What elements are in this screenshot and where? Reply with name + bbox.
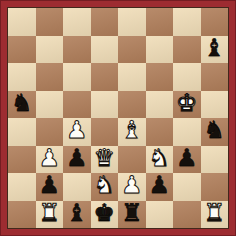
chess-board: ♝♞♚♟♝♞♟♟♛♞♟♟♞♟♟♜♝♚♜♜ (7, 7, 229, 229)
black-pawn[interactable]: ♟ (66, 146, 88, 172)
square-b8[interactable] (36, 8, 64, 36)
square-c4[interactable]: ♟ (63, 118, 91, 146)
white-pawn[interactable]: ♟ (66, 118, 88, 144)
white-rook[interactable]: ♜ (203, 201, 225, 227)
square-d7[interactable] (91, 36, 119, 64)
square-e2[interactable]: ♟ (118, 173, 146, 201)
square-d8[interactable] (91, 8, 119, 36)
square-g3[interactable]: ♟ (173, 146, 201, 174)
square-a6[interactable] (8, 63, 36, 91)
square-d6[interactable] (91, 63, 119, 91)
square-c6[interactable] (63, 63, 91, 91)
white-bishop[interactable]: ♝ (121, 118, 143, 144)
square-a8[interactable] (8, 8, 36, 36)
square-h8[interactable] (201, 8, 229, 36)
square-b4[interactable] (36, 118, 64, 146)
square-c5[interactable] (63, 91, 91, 119)
square-b7[interactable] (36, 36, 64, 64)
square-e8[interactable] (118, 8, 146, 36)
black-pawn[interactable]: ♟ (38, 173, 60, 199)
square-g7[interactable] (173, 36, 201, 64)
square-g4[interactable] (173, 118, 201, 146)
square-c1[interactable]: ♝ (63, 201, 91, 229)
square-d1[interactable]: ♚ (91, 201, 119, 229)
square-f2[interactable]: ♟ (146, 173, 174, 201)
square-d5[interactable] (91, 91, 119, 119)
white-pawn[interactable]: ♟ (38, 146, 60, 172)
square-h7[interactable]: ♝ (201, 36, 229, 64)
square-g2[interactable] (173, 173, 201, 201)
square-e1[interactable]: ♜ (118, 201, 146, 229)
square-a1[interactable] (8, 201, 36, 229)
square-a5[interactable]: ♞ (8, 91, 36, 119)
square-f7[interactable] (146, 36, 174, 64)
square-f1[interactable] (146, 201, 174, 229)
black-rook[interactable]: ♜ (121, 201, 143, 227)
square-f5[interactable] (146, 91, 174, 119)
square-h1[interactable]: ♜ (201, 201, 229, 229)
black-bishop[interactable]: ♝ (203, 36, 225, 62)
white-pawn[interactable]: ♟ (121, 173, 143, 199)
white-king[interactable]: ♚ (176, 91, 198, 117)
square-f3[interactable]: ♞ (146, 146, 174, 174)
square-d4[interactable] (91, 118, 119, 146)
square-a2[interactable] (8, 173, 36, 201)
square-c8[interactable] (63, 8, 91, 36)
square-f8[interactable] (146, 8, 174, 36)
square-d3[interactable]: ♛ (91, 146, 119, 174)
square-f4[interactable] (146, 118, 174, 146)
white-knight[interactable]: ♞ (148, 146, 170, 172)
square-h4[interactable]: ♞ (201, 118, 229, 146)
square-a3[interactable] (8, 146, 36, 174)
board-frame: ♝♞♚♟♝♞♟♟♛♞♟♟♞♟♟♜♝♚♜♜ (0, 0, 236, 236)
square-h2[interactable] (201, 173, 229, 201)
black-knight[interactable]: ♞ (11, 91, 33, 117)
square-h6[interactable] (201, 63, 229, 91)
white-knight[interactable]: ♞ (93, 173, 115, 199)
square-b3[interactable]: ♟ (36, 146, 64, 174)
square-d2[interactable]: ♞ (91, 173, 119, 201)
square-e5[interactable] (118, 91, 146, 119)
square-g8[interactable] (173, 8, 201, 36)
square-b6[interactable] (36, 63, 64, 91)
black-knight[interactable]: ♞ (203, 118, 225, 144)
black-pawn[interactable]: ♟ (148, 173, 170, 199)
square-g6[interactable] (173, 63, 201, 91)
square-c7[interactable] (63, 36, 91, 64)
square-a7[interactable] (8, 36, 36, 64)
white-queen[interactable]: ♛ (93, 146, 115, 172)
square-h3[interactable] (201, 146, 229, 174)
black-king[interactable]: ♚ (93, 201, 115, 227)
square-f6[interactable] (146, 63, 174, 91)
square-g1[interactable] (173, 201, 201, 229)
square-g5[interactable]: ♚ (173, 91, 201, 119)
square-c2[interactable] (63, 173, 91, 201)
black-bishop[interactable]: ♝ (66, 201, 88, 227)
square-e7[interactable] (118, 36, 146, 64)
square-c3[interactable]: ♟ (63, 146, 91, 174)
square-b1[interactable]: ♜ (36, 201, 64, 229)
square-a4[interactable] (8, 118, 36, 146)
square-e3[interactable] (118, 146, 146, 174)
square-b5[interactable] (36, 91, 64, 119)
square-b2[interactable]: ♟ (36, 173, 64, 201)
square-h5[interactable] (201, 91, 229, 119)
square-e4[interactable]: ♝ (118, 118, 146, 146)
square-e6[interactable] (118, 63, 146, 91)
black-pawn[interactable]: ♟ (176, 146, 198, 172)
white-rook[interactable]: ♜ (38, 201, 60, 227)
